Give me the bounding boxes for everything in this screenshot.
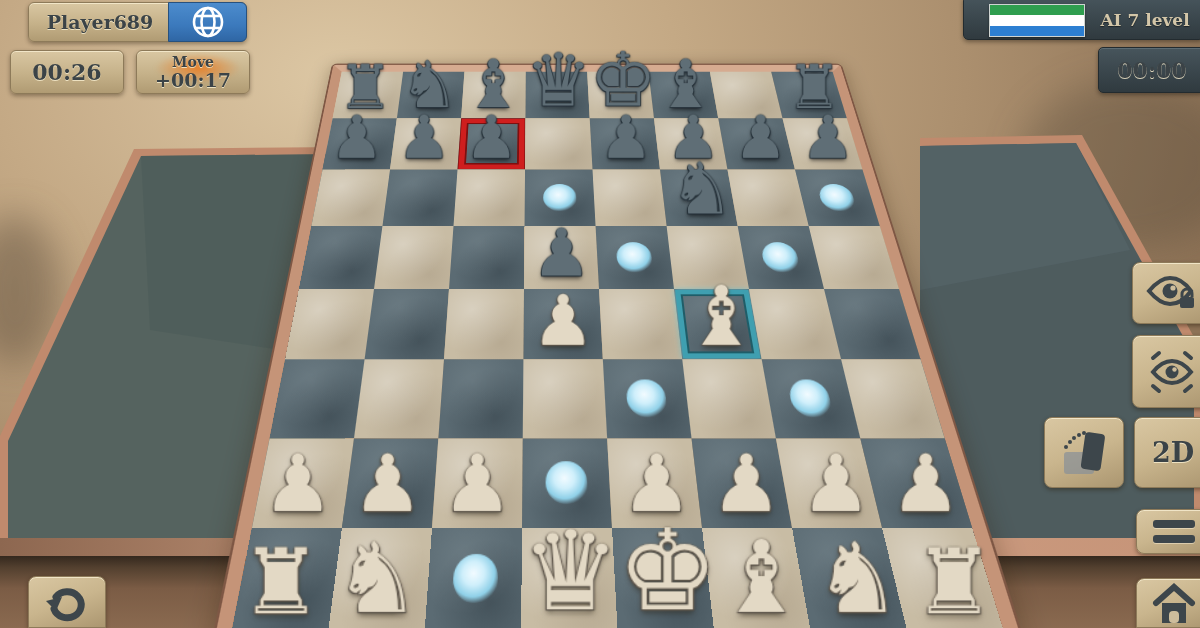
wall-shadow <box>1020 80 1200 250</box>
menu-bars-icon <box>1153 535 1195 543</box>
piece-black-pawn-g7[interactable]: ♟ <box>727 110 794 166</box>
square-f5[interactable] <box>667 226 749 289</box>
home-icon <box>1151 583 1197 623</box>
piece-white-pawn-g2[interactable]: ♟ <box>791 448 881 523</box>
square-a4[interactable] <box>285 289 374 359</box>
piece-black-pawn-e7[interactable]: ♟ <box>592 110 659 166</box>
piece-white-pawn-a2[interactable]: ♟ <box>253 448 343 523</box>
piece-white-pawn-e2[interactable]: ♟ <box>612 448 702 523</box>
square-e5[interactable] <box>596 226 674 289</box>
square-e3[interactable] <box>603 359 692 438</box>
move-bonus-plate: Move +00:17 <box>136 50 250 94</box>
square-d7[interactable] <box>525 118 592 169</box>
move-dot-g3[interactable] <box>786 379 833 417</box>
square-b2[interactable]: ♟ <box>342 438 438 528</box>
square-f8[interactable]: ♝ <box>649 72 719 119</box>
square-c2[interactable]: ♟ <box>432 438 523 528</box>
game-screen: ♜♞♝♛♚♝♜♟♟♟♟♟♟♟♞♟♟♝♟♟♟♟♟♟♟♜♞♛♚♝♞♜ Player6… <box>0 0 1200 628</box>
square-e6[interactable] <box>592 170 666 227</box>
eye-lock-icon <box>1146 273 1198 313</box>
view-lock-button[interactable] <box>1132 262 1200 324</box>
square-b5[interactable] <box>374 226 453 289</box>
square-e7[interactable]: ♟ <box>590 118 660 169</box>
square-d5[interactable]: ♟ <box>524 226 599 289</box>
selected-highlight-f4 <box>675 290 760 358</box>
square-a2[interactable]: ♟ <box>252 438 354 528</box>
square-h7[interactable]: ♟ <box>783 118 863 169</box>
menu-bars-icon <box>1153 520 1195 528</box>
flip-board-icon <box>1056 426 1112 480</box>
capture-highlight-c7 <box>458 119 524 169</box>
piece-black-knight-b8[interactable]: ♞ <box>397 54 461 116</box>
piece-black-pawn-f7[interactable]: ♟ <box>660 110 727 166</box>
square-e2[interactable]: ♟ <box>607 438 702 528</box>
white-clock: 00:26 <box>10 50 124 94</box>
move-bonus-label: Move <box>172 55 214 70</box>
square-a6[interactable] <box>311 170 390 227</box>
square-g5[interactable] <box>738 226 824 289</box>
side-tables <box>0 0 1200 628</box>
square-b3[interactable] <box>354 359 444 438</box>
square-c5[interactable] <box>449 226 525 289</box>
square-c4[interactable] <box>444 289 524 359</box>
square-g3[interactable] <box>762 359 861 438</box>
square-d8[interactable]: ♛ <box>525 72 589 119</box>
square-h3[interactable] <box>841 359 945 438</box>
piece-black-king-e8[interactable]: ♚ <box>590 44 654 115</box>
piece-white-pawn-f2[interactable]: ♟ <box>701 448 791 523</box>
square-f4[interactable]: ♝ <box>674 289 762 359</box>
square-b4[interactable] <box>365 289 449 359</box>
globe-icon <box>187 5 229 39</box>
square-c7[interactable]: ♟ <box>458 118 526 169</box>
square-h6[interactable] <box>795 170 880 227</box>
wall-shadow <box>0 215 60 365</box>
piece-black-pawn-h7[interactable]: ♟ <box>794 110 861 166</box>
square-c6[interactable] <box>453 170 525 227</box>
square-f2[interactable]: ♟ <box>692 438 793 528</box>
square-d4[interactable]: ♟ <box>523 289 602 359</box>
square-a5[interactable] <box>299 226 382 289</box>
square-g6[interactable] <box>727 170 808 227</box>
square-f3[interactable] <box>682 359 776 438</box>
square-d3[interactable] <box>523 359 607 438</box>
square-g2[interactable]: ♟ <box>776 438 882 528</box>
square-b8[interactable]: ♞ <box>397 72 465 119</box>
square-c3[interactable] <box>438 359 523 438</box>
piece-white-pawn-h2[interactable]: ♟ <box>881 448 971 523</box>
square-e4[interactable] <box>599 289 682 359</box>
square-g7[interactable]: ♟ <box>718 118 795 169</box>
square-g4[interactable] <box>749 289 841 359</box>
piece-black-knight-f6[interactable]: ♞ <box>666 155 737 223</box>
black-player-name: AI 7 level <box>1090 1 1200 39</box>
move-bonus-value: +00:17 <box>155 70 231 90</box>
square-c8[interactable]: ♝ <box>461 72 526 119</box>
square-f7[interactable]: ♟ <box>654 118 727 169</box>
square-h8[interactable]: ♜ <box>771 72 847 119</box>
board-perspective: ♜♞♝♛♚♝♜♟♟♟♟♟♟♟♞♟♟♝♟♟♟♟♟♟♟♜♞♛♚♝♞♜ <box>0 0 1200 628</box>
table-front <box>0 556 1200 628</box>
eye-scan-icon <box>1145 348 1199 396</box>
piece-white-bishop-f4[interactable]: ♝ <box>682 277 761 355</box>
piece-black-bishop-f8[interactable]: ♝ <box>654 52 718 115</box>
piece-white-pawn-d4[interactable]: ♟ <box>523 289 602 355</box>
move-dot-e3[interactable] <box>625 379 668 417</box>
move-dot-d6[interactable] <box>543 184 577 211</box>
piece-white-pawn-b2[interactable]: ♟ <box>343 448 433 523</box>
globe-button[interactable] <box>168 2 247 42</box>
table-edge-rail <box>0 538 1200 558</box>
square-h5[interactable] <box>809 226 899 289</box>
undo-button[interactable] <box>28 576 106 628</box>
undo-arrow-icon <box>44 581 90 623</box>
piece-black-pawn-b7[interactable]: ♟ <box>390 110 457 166</box>
square-b7[interactable]: ♟ <box>390 118 461 169</box>
black-clock: 00:00 <box>1098 47 1200 93</box>
square-g8[interactable] <box>710 72 783 119</box>
view-2d-button[interactable]: 2D <box>1134 417 1200 488</box>
white-player-name: Player689 <box>29 3 171 41</box>
piece-black-pawn-c7[interactable]: ♟ <box>458 110 525 166</box>
white-player-plate: Player689 <box>28 2 247 42</box>
square-h2[interactable]: ♟ <box>860 438 972 528</box>
piece-black-pawn-d5[interactable]: ♟ <box>524 223 599 286</box>
piece-black-rook-h8[interactable]: ♜ <box>782 58 846 116</box>
move-dot-h6[interactable] <box>816 184 857 211</box>
square-h4[interactable] <box>824 289 921 359</box>
move-dot-g5[interactable] <box>759 242 800 272</box>
black-player-flag-icon <box>989 4 1085 37</box>
home-button[interactable] <box>1136 578 1200 628</box>
view-scan-button[interactable] <box>1132 335 1200 408</box>
piece-black-queen-d8[interactable]: ♛ <box>525 46 589 116</box>
square-f6[interactable]: ♞ <box>660 170 738 227</box>
square-d2[interactable] <box>522 438 612 528</box>
square-b6[interactable] <box>382 170 457 227</box>
piece-black-bishop-c8[interactable]: ♝ <box>461 52 525 115</box>
flip-board-button[interactable] <box>1044 417 1124 488</box>
square-a7[interactable]: ♟ <box>323 118 397 169</box>
square-a8[interactable]: ♜ <box>333 72 404 119</box>
square-e8[interactable]: ♚ <box>587 72 654 119</box>
menu-button[interactable] <box>1136 509 1200 554</box>
piece-black-pawn-a7[interactable]: ♟ <box>323 110 390 166</box>
move-dot-d2[interactable] <box>545 461 588 504</box>
move-dot-e5[interactable] <box>615 242 653 272</box>
piece-white-pawn-c2[interactable]: ♟ <box>432 448 522 523</box>
black-player-plate: AI 7 level <box>963 0 1200 40</box>
square-d6[interactable] <box>525 170 596 227</box>
piece-black-rook-a8[interactable]: ♜ <box>333 58 397 116</box>
square-a3[interactable] <box>270 359 365 438</box>
